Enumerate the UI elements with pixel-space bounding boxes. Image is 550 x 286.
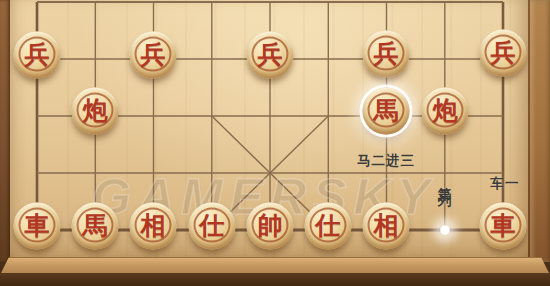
- piece-cannon-red[interactable]: 炮: [422, 88, 469, 135]
- piece-glyph: 相: [130, 203, 177, 247]
- piece-glyph: 車: [14, 203, 61, 247]
- piece-advisor-red[interactable]: 仕: [189, 203, 236, 250]
- piece-glyph: 帥: [247, 203, 294, 247]
- piece-horse-red[interactable]: 馬: [363, 88, 410, 135]
- board-right-edge: [528, 0, 550, 262]
- piece-glyph: 馬: [72, 203, 119, 247]
- piece-soldier-red[interactable]: 兵: [480, 30, 527, 77]
- board-left-edge: [0, 0, 10, 262]
- file-annotation: 第二列: [435, 177, 453, 186]
- piece-glyph: 仕: [305, 203, 352, 247]
- piece-soldier-red[interactable]: 兵: [130, 32, 177, 79]
- piece-elephant-red[interactable]: 相: [130, 203, 177, 250]
- piece-chariot-red[interactable]: 車: [480, 203, 527, 250]
- piece-chariot-red[interactable]: 車: [14, 203, 61, 250]
- board-front-shadow: [0, 273, 550, 286]
- move-origin-marker: [439, 224, 451, 236]
- piece-general-red[interactable]: 帥: [247, 203, 294, 250]
- piece-horse-red[interactable]: 馬: [72, 203, 119, 250]
- piece-glyph: 兵: [14, 32, 61, 76]
- piece-glyph: 兵: [363, 31, 410, 75]
- piece-glyph: 馬: [363, 88, 410, 132]
- piece-glyph: 仕: [189, 203, 236, 247]
- piece-glyph: 兵: [480, 30, 527, 74]
- piece-elephant-red[interactable]: 相: [363, 203, 410, 250]
- piece-glyph: 炮: [72, 88, 119, 132]
- piece-soldier-red[interactable]: 兵: [247, 32, 294, 79]
- piece-soldier-red[interactable]: 兵: [363, 31, 410, 78]
- piece-glyph: 炮: [422, 88, 469, 132]
- piece-glyph: 相: [363, 203, 410, 247]
- chariot-annotation: 车一: [491, 175, 520, 193]
- xiangqi-board: GAMERSKY 兵兵兵兵兵炮馬炮車馬相仕帥仕相車 马二进三 第二列 车一: [0, 0, 550, 286]
- piece-glyph: 車: [480, 203, 527, 247]
- move-annotation: 马二进三: [357, 152, 415, 170]
- piece-advisor-red[interactable]: 仕: [305, 203, 352, 250]
- piece-glyph: 兵: [247, 32, 294, 76]
- piece-cannon-red[interactable]: 炮: [72, 88, 119, 135]
- piece-soldier-red[interactable]: 兵: [14, 32, 61, 79]
- piece-glyph: 兵: [130, 32, 177, 76]
